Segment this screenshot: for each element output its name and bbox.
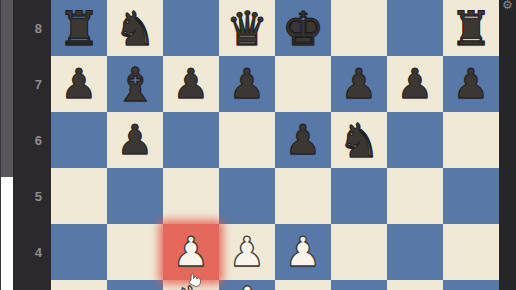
square-h8[interactable]: ♜ (443, 0, 499, 56)
black-bishop-b7[interactable]: ♝ (114, 61, 156, 108)
square-a4[interactable] (51, 224, 107, 280)
square-e5[interactable] (275, 168, 331, 224)
square-e4[interactable]: ♟ (275, 224, 331, 280)
square-d3[interactable]: ♝ (219, 280, 275, 290)
square-a3[interactable] (51, 280, 107, 290)
chess-board-viewport: ♜♞♛♚♜♟♝♟♟♟♟♟♟♟♞♟♟♟♞♝ (51, 0, 499, 290)
square-c5[interactable] (163, 168, 219, 224)
square-f3[interactable] (331, 280, 387, 290)
black-pawn-h7[interactable]: ♟ (453, 64, 490, 105)
black-queen-d8[interactable]: ♛ (226, 5, 268, 52)
white-pawn-c4[interactable]: ♟ (173, 232, 210, 273)
white-pawn-d4[interactable]: ♟ (229, 232, 266, 273)
rank-label-6: 6 (13, 112, 51, 168)
square-g5[interactable] (387, 168, 443, 224)
square-f5[interactable] (331, 168, 387, 224)
right-sidebar-strip: ⚙ (499, 0, 516, 290)
black-rook-a8[interactable]: ♜ (58, 5, 100, 52)
square-d4[interactable]: ♟ (219, 224, 275, 280)
chess-app-frame: 87654 ♜♞♛♚♜♟♝♟♟♟♟♟♟♟♞♟♟♟♞♝ ⚙ (0, 0, 516, 290)
square-a6[interactable] (51, 112, 107, 168)
square-d5[interactable] (219, 168, 275, 224)
square-g8[interactable] (387, 0, 443, 56)
square-d8[interactable]: ♛ (219, 0, 275, 56)
square-b8[interactable]: ♞ (107, 0, 163, 56)
square-f6[interactable]: ♞ (331, 112, 387, 168)
square-b3[interactable] (107, 280, 163, 290)
square-h3[interactable] (443, 280, 499, 290)
square-b4[interactable] (107, 224, 163, 280)
square-h5[interactable] (443, 168, 499, 224)
square-b5[interactable] (107, 168, 163, 224)
square-g3[interactable] (387, 280, 443, 290)
evaluation-bar (0, 0, 13, 290)
chess-board[interactable]: ♜♞♛♚♜♟♝♟♟♟♟♟♟♟♞♟♟♟♞♝ (51, 0, 499, 290)
black-pawn-d7[interactable]: ♟ (229, 64, 266, 105)
square-d7[interactable]: ♟ (219, 56, 275, 112)
square-b6[interactable]: ♟ (107, 112, 163, 168)
square-a8[interactable]: ♜ (51, 0, 107, 56)
square-e7[interactable] (275, 56, 331, 112)
black-knight-f6[interactable]: ♞ (338, 117, 380, 164)
square-a5[interactable] (51, 168, 107, 224)
rank-label-4: 4 (13, 224, 51, 280)
square-a7[interactable]: ♟ (51, 56, 107, 112)
settings-gear-icon[interactable]: ⚙ (500, 0, 515, 12)
white-pawn-e4[interactable]: ♟ (285, 232, 322, 273)
square-g7[interactable]: ♟ (387, 56, 443, 112)
evaluation-bar-black-section (0, 0, 13, 177)
evaluation-bar-white-section (0, 177, 13, 290)
black-pawn-g7[interactable]: ♟ (397, 64, 434, 105)
black-knight-b8[interactable]: ♞ (114, 5, 156, 52)
square-h6[interactable] (443, 112, 499, 168)
rank-label-5: 5 (13, 168, 51, 224)
square-e3[interactable] (275, 280, 331, 290)
square-c7[interactable]: ♟ (163, 56, 219, 112)
black-pawn-b6[interactable]: ♟ (117, 120, 154, 161)
square-c4[interactable]: ♟ (163, 224, 219, 280)
square-c8[interactable] (163, 0, 219, 56)
square-h4[interactable] (443, 224, 499, 280)
black-king-e8[interactable]: ♚ (282, 5, 324, 52)
square-f4[interactable] (331, 224, 387, 280)
square-g6[interactable] (387, 112, 443, 168)
square-e8[interactable]: ♚ (275, 0, 331, 56)
rank-label-8: 8 (13, 0, 51, 56)
square-f7[interactable]: ♟ (331, 56, 387, 112)
square-d6[interactable] (219, 112, 275, 168)
white-bishop-d3[interactable]: ♝ (226, 280, 268, 290)
rank-coordinates-column: 87654 (13, 0, 51, 290)
square-f8[interactable] (331, 0, 387, 56)
square-e6[interactable]: ♟ (275, 112, 331, 168)
square-b7[interactable]: ♝ (107, 56, 163, 112)
square-c3[interactable]: ♞ (163, 280, 219, 290)
square-h7[interactable]: ♟ (443, 56, 499, 112)
white-knight-c3[interactable]: ♞ (170, 280, 212, 290)
rank-label-7: 7 (13, 56, 51, 112)
black-rook-h8[interactable]: ♜ (450, 5, 492, 52)
black-pawn-a7[interactable]: ♟ (61, 64, 98, 105)
black-pawn-c7[interactable]: ♟ (173, 64, 210, 105)
square-g4[interactable] (387, 224, 443, 280)
black-pawn-f7[interactable]: ♟ (341, 64, 378, 105)
black-pawn-e6[interactable]: ♟ (285, 120, 322, 161)
square-c6[interactable] (163, 112, 219, 168)
